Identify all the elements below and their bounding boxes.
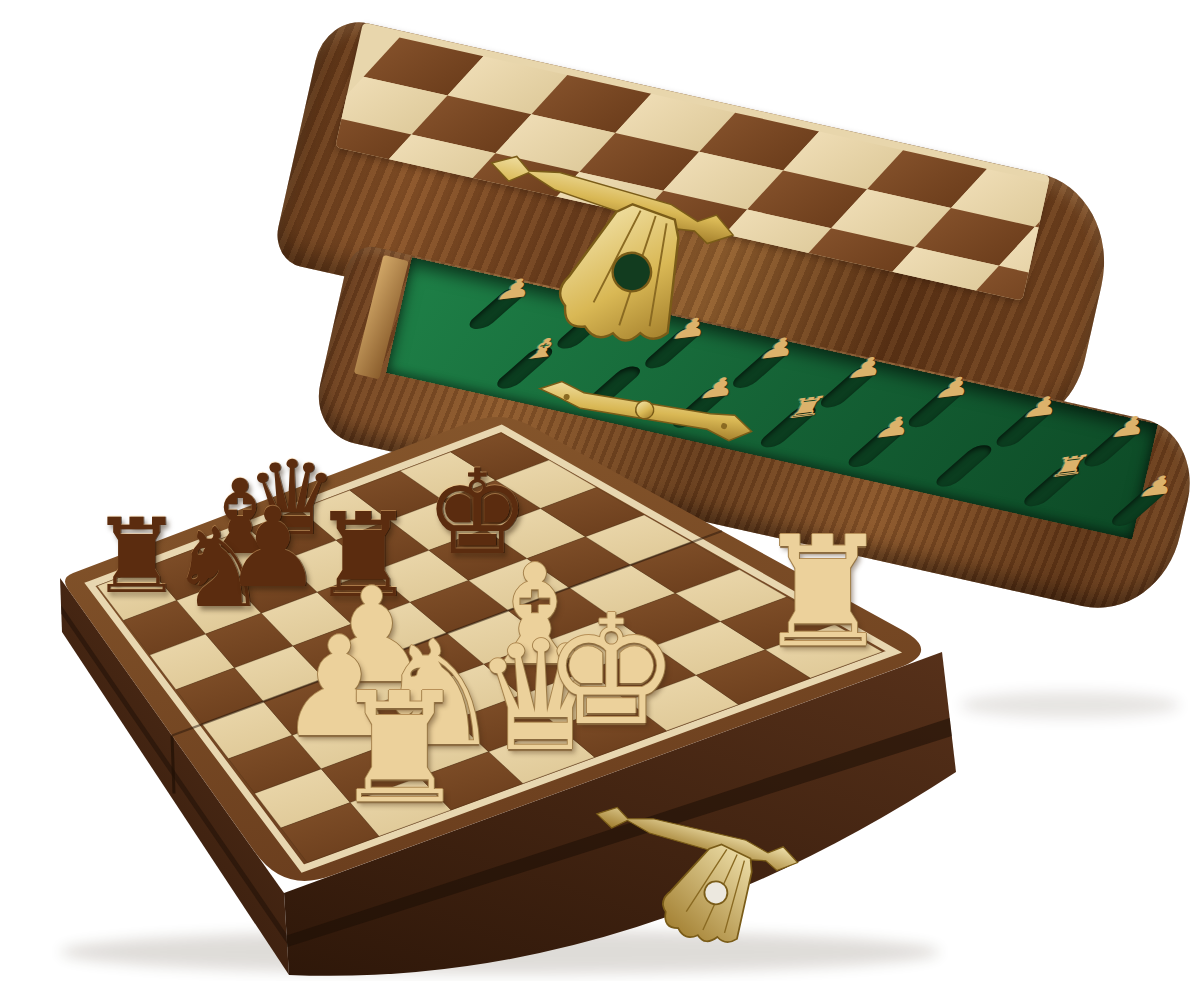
fold-seam-side — [172, 736, 174, 794]
floor-shadow-right — [960, 692, 1180, 718]
travel-chess-set-photo: ♟♟♟♟♟♟♟♟♝♟♜♟♜♟ ♜♝♛♞♟♜♚♟♟♝♞♜♛♚♜ — [0, 0, 1200, 981]
chess-board — [0, 0, 1200, 981]
